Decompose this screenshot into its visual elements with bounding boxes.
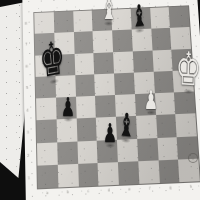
white-king-h5[interactable]: ♚ [175, 45, 200, 92]
square-g3[interactable] [156, 114, 177, 137]
square-a3[interactable] [37, 120, 57, 143]
square-c7[interactable] [73, 31, 93, 53]
square-c2[interactable] [77, 140, 98, 163]
rank-label-5: 5 [26, 77, 29, 99]
square-f1[interactable] [138, 160, 159, 184]
photo-frame: abcdefgh 87654321 ♝♝♚♚♟♟♝♟ [0, 0, 200, 200]
square-g7[interactable] [151, 28, 172, 50]
black-bishop-f8[interactable]: ♝ [130, 0, 148, 32]
square-c4[interactable] [76, 96, 97, 119]
square-d1[interactable] [98, 162, 119, 186]
file-label-f: f [140, 186, 161, 191]
square-h8[interactable] [169, 6, 190, 28]
file-label-a: a [37, 191, 58, 196]
square-g8[interactable] [150, 7, 171, 29]
square-a8[interactable] [34, 12, 54, 34]
file-label-c: c [78, 189, 99, 194]
rank-label-2: 2 [27, 144, 30, 167]
rank-label-4: 4 [26, 99, 29, 121]
file-label-e: e [119, 187, 140, 192]
rank-label-6: 6 [25, 55, 28, 77]
square-c6[interactable] [74, 53, 94, 75]
square-g2[interactable] [157, 137, 178, 160]
square-d4[interactable] [95, 95, 116, 118]
file-label-d: d [99, 188, 120, 193]
square-a4[interactable] [36, 98, 56, 121]
square-g6[interactable] [152, 49, 173, 71]
square-c8[interactable] [73, 10, 93, 32]
black-bishop-f3[interactable]: ♝ [117, 108, 136, 141]
square-c3[interactable] [76, 118, 97, 141]
square-g1[interactable] [158, 159, 180, 183]
square-a2[interactable] [37, 142, 58, 165]
rank-label-1: 1 [27, 167, 30, 190]
square-e1[interactable] [118, 161, 139, 185]
rank-label-3: 3 [26, 121, 29, 144]
file-label-h: h [181, 184, 200, 189]
square-b1[interactable] [58, 164, 79, 188]
white-bishop-d8[interactable]: ♝ [101, 0, 118, 24]
square-h3[interactable] [175, 114, 196, 137]
square-b8[interactable] [54, 11, 74, 33]
board-logo-stamp [188, 153, 198, 163]
rank-label-8: 8 [25, 12, 28, 33]
black-king-b5[interactable]: ♚ [38, 34, 67, 85]
board-sheet: abcdefgh 87654321 [22, 0, 200, 200]
square-a1[interactable] [37, 165, 58, 189]
square-e5[interactable] [114, 72, 135, 95]
square-d6[interactable] [94, 52, 114, 74]
black-pawn-c4[interactable]: ♟ [61, 94, 75, 120]
square-c5[interactable] [75, 74, 95, 97]
square-b2[interactable] [57, 141, 78, 164]
square-d5[interactable] [94, 73, 115, 96]
square-c1[interactable] [78, 163, 99, 187]
square-b3[interactable] [56, 119, 77, 142]
white-pawn-g4[interactable]: ♟ [144, 87, 158, 113]
file-label-b: b [57, 190, 78, 195]
square-e6[interactable] [113, 51, 134, 73]
file-label-g: g [160, 185, 181, 190]
square-e7[interactable] [112, 30, 132, 52]
rank-labels: 87654321 [25, 12, 31, 189]
square-f3[interactable] [136, 115, 157, 138]
square-f2[interactable] [137, 138, 158, 161]
square-f6[interactable] [133, 50, 154, 72]
square-d7[interactable] [93, 31, 113, 53]
rank-label-7: 7 [25, 34, 28, 56]
black-pawn-e2[interactable]: ♟ [103, 120, 117, 146]
